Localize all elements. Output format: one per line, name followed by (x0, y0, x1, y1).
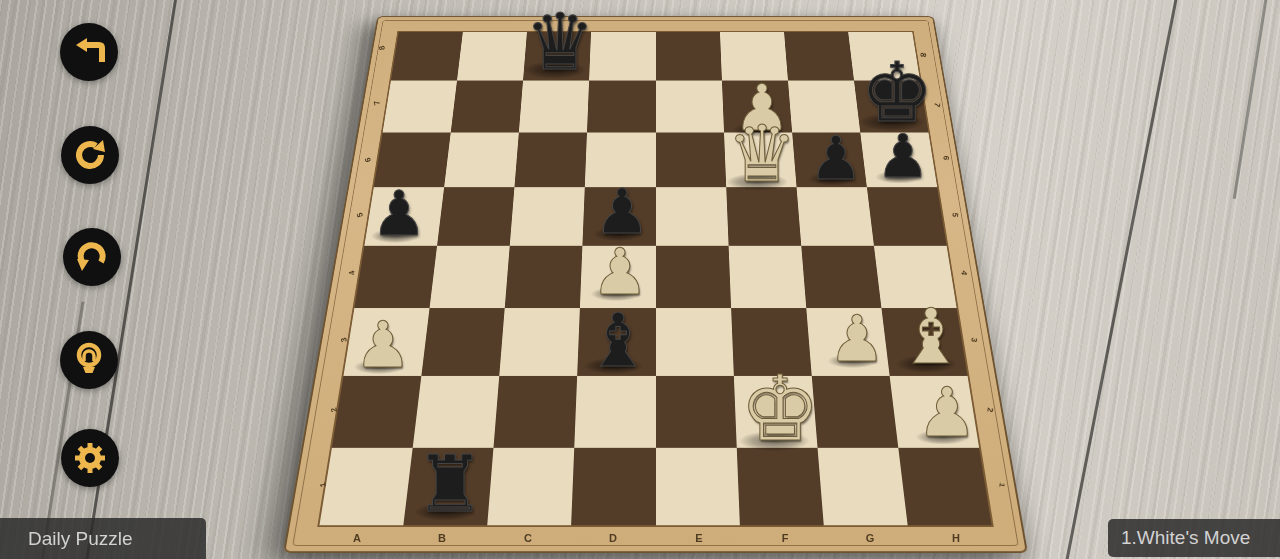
piece-black-bishop-d3[interactable]: ♝ (585, 303, 651, 377)
hint-button[interactable] (60, 331, 118, 389)
restart-button[interactable] (63, 228, 121, 286)
square-c2[interactable] (494, 375, 578, 447)
square-e8[interactable] (656, 32, 722, 81)
file-label-h: H (952, 532, 960, 544)
square-f4[interactable] (728, 246, 806, 309)
square-g4[interactable] (801, 246, 881, 309)
square-e6[interactable] (656, 132, 726, 187)
piece-white-pawn-d4[interactable]: ♟ (591, 240, 648, 304)
square-b3[interactable] (422, 308, 505, 375)
square-c3[interactable] (500, 308, 581, 375)
file-label-g: G (866, 532, 875, 544)
settings-button[interactable] (61, 429, 119, 487)
square-h1[interactable] (898, 448, 991, 526)
square-g5[interactable] (796, 187, 873, 246)
square-d1[interactable] (571, 448, 655, 526)
move-indicator-label: 1.White's Move (1121, 527, 1250, 549)
lightbulb-icon (71, 342, 107, 378)
square-c1[interactable] (487, 448, 574, 526)
piece-black-queen-c8[interactable]: ♛ (525, 3, 595, 81)
table-plank-line (1233, 0, 1270, 199)
square-b5[interactable] (437, 187, 514, 246)
piece-black-pawn-g6[interactable]: ♟ (809, 128, 863, 188)
square-g2[interactable] (811, 375, 898, 447)
piece-white-pawn-a3[interactable]: ♟ (354, 313, 411, 377)
square-b4[interactable] (430, 246, 510, 309)
square-d7[interactable] (587, 81, 655, 133)
gear-icon (72, 440, 108, 476)
file-label-e: E (695, 532, 702, 544)
piece-black-rook-b1[interactable]: ♜ (415, 445, 485, 523)
square-e2[interactable] (656, 375, 737, 447)
undo-button[interactable] (60, 23, 118, 81)
file-label-b: B (438, 532, 446, 544)
piece-white-queen-f6[interactable]: ♛ (727, 115, 797, 193)
undo-icon (71, 34, 107, 70)
table-plank-line (1051, 0, 1184, 559)
square-g1[interactable] (817, 448, 907, 526)
file-label-a: A (353, 532, 361, 544)
square-b8[interactable] (457, 32, 527, 81)
square-c7[interactable] (519, 81, 589, 133)
square-a8[interactable] (391, 32, 463, 81)
restart-ccw-icon (74, 239, 110, 275)
square-c6[interactable] (515, 132, 588, 187)
square-b7[interactable] (451, 81, 523, 133)
file-label-d: D (609, 532, 617, 544)
piece-black-pawn-h6[interactable]: ♟ (876, 126, 930, 186)
square-g8[interactable] (784, 32, 854, 81)
square-e5[interactable] (656, 187, 729, 246)
square-d2[interactable] (575, 375, 656, 447)
square-c4[interactable] (505, 246, 583, 309)
file-label-c: C (524, 532, 532, 544)
piece-white-king-f2[interactable]: ♚ (740, 364, 821, 454)
piece-white-bishop-h3[interactable]: ♝ (897, 299, 965, 375)
square-a4[interactable] (354, 246, 437, 309)
square-e4[interactable] (656, 246, 731, 309)
square-b2[interactable] (413, 375, 500, 447)
file-label-f: F (782, 532, 789, 544)
square-b6[interactable] (444, 132, 519, 187)
piece-black-pawn-a5[interactable]: ♟ (371, 183, 427, 245)
rotate-button[interactable] (61, 126, 119, 184)
square-d8[interactable] (589, 32, 655, 81)
square-e7[interactable] (656, 81, 724, 133)
square-e3[interactable] (656, 308, 734, 375)
piece-white-pawn-g3[interactable]: ♟ (828, 307, 885, 371)
app-screen: ABCDEFGH8765432187654321 ♛♟♛♚♟♟♟♟♟♝♟♟♝♚♟… (0, 0, 1280, 559)
square-a7[interactable] (383, 81, 457, 133)
square-c5[interactable] (510, 187, 585, 246)
daily-puzzle-label: Daily Puzzle (28, 528, 133, 550)
piece-white-pawn-h2[interactable]: ♟ (917, 379, 978, 447)
square-a1[interactable] (319, 448, 412, 526)
move-indicator-badge: 1.White's Move (1108, 519, 1280, 557)
square-h5[interactable] (867, 187, 947, 246)
square-a2[interactable] (332, 375, 422, 447)
square-e1[interactable] (656, 448, 740, 526)
daily-puzzle-badge: Daily Puzzle (0, 518, 206, 559)
rotate-cw-icon (72, 137, 108, 173)
